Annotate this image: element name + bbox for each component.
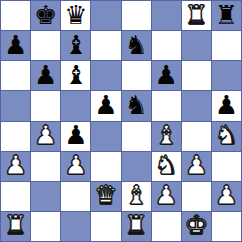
square-h2[interactable]: ♟: [212, 182, 241, 211]
piece-black-pawn[interactable]: ♟: [215, 92, 238, 118]
square-a1[interactable]: ♜: [1, 212, 30, 241]
piece-black-knight[interactable]: ♞: [124, 32, 147, 58]
square-h7[interactable]: [212, 31, 241, 60]
square-d7[interactable]: [91, 31, 120, 60]
square-g6[interactable]: [182, 61, 211, 90]
piece-black-pawn[interactable]: ♟: [34, 62, 57, 88]
square-a4[interactable]: [1, 122, 30, 151]
piece-white-rook[interactable]: ♜: [4, 212, 27, 238]
square-f2[interactable]: ♟: [152, 182, 181, 211]
square-f6[interactable]: ♟: [152, 61, 181, 90]
square-e5[interactable]: ♞: [122, 91, 151, 120]
square-f5[interactable]: [152, 91, 181, 120]
square-g7[interactable]: [182, 31, 211, 60]
square-c5[interactable]: [61, 91, 90, 120]
chess-board-container: ♚♛♜♜♟♝♞♟♝♟♟♞♟♟♟♝♞♟♟♞♟♛♝♟♟♜♜♚: [0, 0, 242, 242]
piece-white-knight[interactable]: ♞: [155, 152, 178, 178]
square-e2[interactable]: ♝: [122, 182, 151, 211]
piece-black-pawn[interactable]: ♟: [4, 32, 27, 58]
square-a2[interactable]: [1, 182, 30, 211]
square-g3[interactable]: ♟: [182, 152, 211, 181]
piece-white-rook[interactable]: ♜: [124, 212, 147, 238]
piece-white-pawn[interactable]: ♟: [64, 152, 87, 178]
square-c2[interactable]: [61, 182, 90, 211]
square-f7[interactable]: [152, 31, 181, 60]
square-d5[interactable]: ♟: [91, 91, 120, 120]
piece-white-king[interactable]: ♚: [185, 212, 208, 238]
square-h6[interactable]: [212, 61, 241, 90]
square-e1[interactable]: ♜: [122, 212, 151, 241]
piece-black-rook[interactable]: ♜: [215, 2, 238, 28]
square-h8[interactable]: ♜: [212, 1, 241, 30]
piece-white-bishop[interactable]: ♝: [124, 182, 147, 208]
piece-black-bishop[interactable]: ♝: [64, 32, 87, 58]
piece-black-queen[interactable]: ♛: [64, 2, 87, 28]
square-b2[interactable]: [31, 182, 60, 211]
square-b6[interactable]: ♟: [31, 61, 60, 90]
piece-white-pawn[interactable]: ♟: [185, 152, 208, 178]
piece-white-pawn[interactable]: ♟: [34, 122, 57, 148]
square-a3[interactable]: ♟: [1, 152, 30, 181]
chess-board: ♚♛♜♜♟♝♞♟♝♟♟♞♟♟♟♝♞♟♟♞♟♛♝♟♟♜♜♚: [0, 0, 242, 242]
piece-black-king[interactable]: ♚: [34, 2, 57, 28]
square-e8[interactable]: [122, 1, 151, 30]
piece-white-knight[interactable]: ♞: [215, 122, 238, 148]
square-b1[interactable]: [31, 212, 60, 241]
square-h1[interactable]: [212, 212, 241, 241]
square-b5[interactable]: [31, 91, 60, 120]
square-c6[interactable]: ♝: [61, 61, 90, 90]
square-c4[interactable]: ♟: [61, 122, 90, 151]
piece-black-pawn[interactable]: ♟: [64, 122, 87, 148]
piece-white-queen[interactable]: ♛: [94, 182, 117, 208]
square-e4[interactable]: [122, 122, 151, 151]
piece-white-bishop[interactable]: ♝: [155, 122, 178, 148]
piece-white-pawn[interactable]: ♟: [4, 152, 27, 178]
square-h3[interactable]: [212, 152, 241, 181]
square-b3[interactable]: [31, 152, 60, 181]
square-d1[interactable]: [91, 212, 120, 241]
square-b7[interactable]: [31, 31, 60, 60]
square-h4[interactable]: ♞: [212, 122, 241, 151]
square-a8[interactable]: [1, 1, 30, 30]
square-g5[interactable]: [182, 91, 211, 120]
square-g1[interactable]: ♚: [182, 212, 211, 241]
square-g2[interactable]: [182, 182, 211, 211]
square-f1[interactable]: [152, 212, 181, 241]
square-e7[interactable]: ♞: [122, 31, 151, 60]
square-d3[interactable]: [91, 152, 120, 181]
square-f3[interactable]: ♞: [152, 152, 181, 181]
square-g8[interactable]: ♜: [182, 1, 211, 30]
square-e3[interactable]: [122, 152, 151, 181]
square-e6[interactable]: [122, 61, 151, 90]
square-b4[interactable]: ♟: [31, 122, 60, 151]
piece-white-pawn[interactable]: ♟: [155, 182, 178, 208]
piece-black-pawn[interactable]: ♟: [155, 62, 178, 88]
piece-white-rook[interactable]: ♜: [185, 2, 208, 28]
square-d4[interactable]: [91, 122, 120, 151]
piece-black-bishop[interactable]: ♝: [64, 62, 87, 88]
square-c8[interactable]: ♛: [61, 1, 90, 30]
square-d8[interactable]: [91, 1, 120, 30]
piece-black-knight[interactable]: ♞: [124, 92, 147, 118]
square-c1[interactable]: [61, 212, 90, 241]
square-f4[interactable]: ♝: [152, 122, 181, 151]
piece-black-pawn[interactable]: ♟: [94, 92, 117, 118]
square-f8[interactable]: [152, 1, 181, 30]
square-d2[interactable]: ♛: [91, 182, 120, 211]
square-c3[interactable]: ♟: [61, 152, 90, 181]
square-c7[interactable]: ♝: [61, 31, 90, 60]
square-a5[interactable]: [1, 91, 30, 120]
square-b8[interactable]: ♚: [31, 1, 60, 30]
square-g4[interactable]: [182, 122, 211, 151]
piece-white-pawn[interactable]: ♟: [215, 182, 238, 208]
square-h5[interactable]: ♟: [212, 91, 241, 120]
square-a6[interactable]: [1, 61, 30, 90]
square-d6[interactable]: [91, 61, 120, 90]
square-a7[interactable]: ♟: [1, 31, 30, 60]
